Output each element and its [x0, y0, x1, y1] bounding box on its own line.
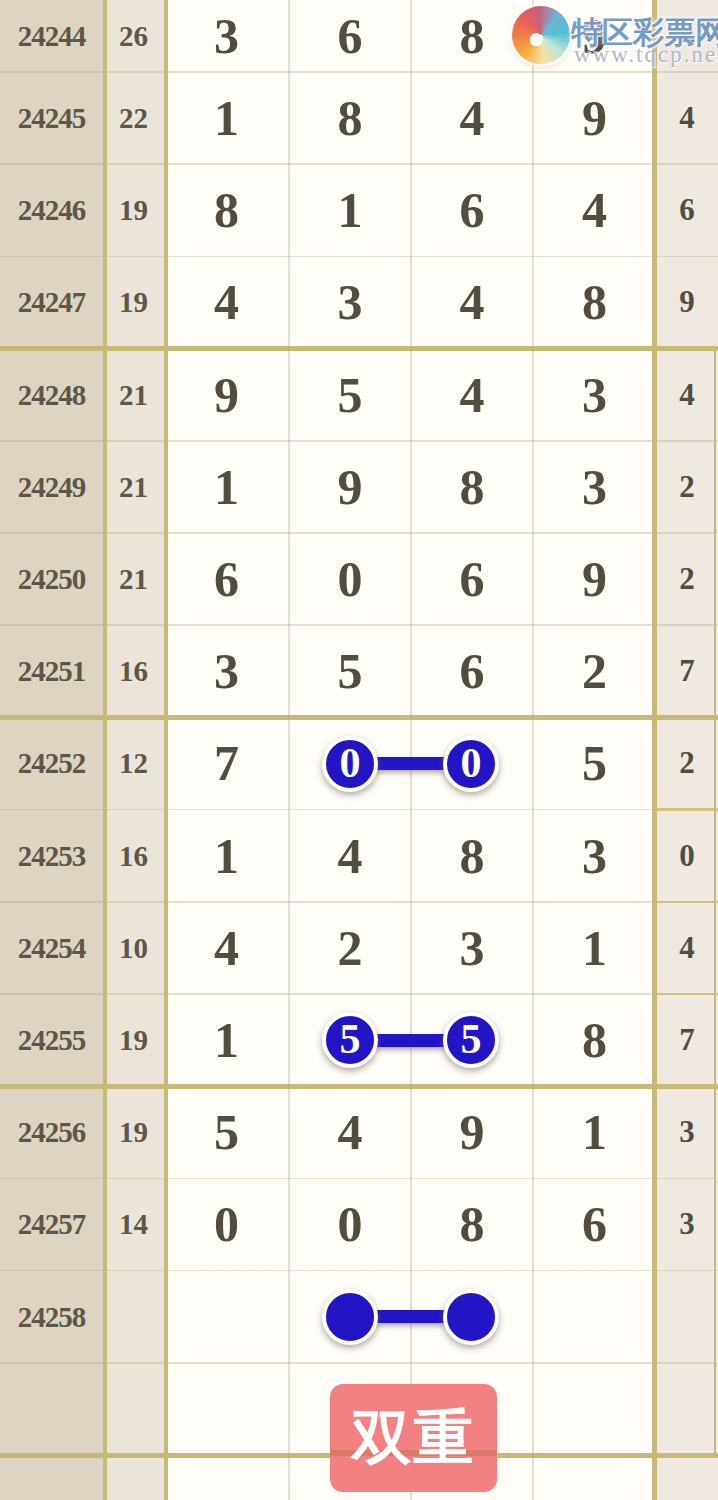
- digit-cell: 8: [164, 164, 289, 256]
- pair-circle: 0: [443, 736, 499, 792]
- digit-cell: 3: [289, 256, 411, 348]
- pair-marker: 55: [289, 1011, 533, 1069]
- double-badge-label: 双重: [352, 1398, 476, 1479]
- digit-cell: 4: [289, 1086, 411, 1178]
- digit-cell: 1: [533, 1086, 656, 1178]
- digit-cell: 7: [164, 717, 289, 809]
- digit-cell: 3: [533, 441, 656, 533]
- digit-cell: 1: [164, 441, 289, 533]
- period-cell: 24246: [0, 164, 103, 256]
- digit-cell: 4: [533, 164, 656, 256]
- extra-cell: 6: [656, 164, 718, 256]
- sum-cell: 21: [103, 533, 164, 625]
- period-cell: 24249: [0, 441, 103, 533]
- digit-cell: 5: [289, 625, 411, 717]
- sum-cell: 19: [103, 164, 164, 256]
- pair-marker: [289, 1288, 533, 1346]
- digit-cell: 8: [533, 994, 656, 1086]
- digit-cell: 5: [164, 1086, 289, 1178]
- digit-cell: 5: [289, 349, 411, 441]
- period-cell: 24254: [0, 902, 103, 994]
- sum-cell: 14: [103, 1178, 164, 1270]
- pair-circle: 5: [443, 1012, 499, 1068]
- digit-cell: 3: [164, 0, 289, 72]
- sum-cell: 19: [103, 1086, 164, 1178]
- digit-cell: 9: [164, 349, 289, 441]
- period-cell: 24248: [0, 349, 103, 441]
- period-cell: 24256: [0, 1086, 103, 1178]
- digit-cell: 6: [164, 533, 289, 625]
- digit-cell: 8: [411, 441, 533, 533]
- period-cell: 24257: [0, 1178, 103, 1270]
- extra-cell: 4: [656, 902, 718, 994]
- digit-cell: 1: [289, 164, 411, 256]
- digit-cell: 5: [533, 717, 656, 809]
- sum-cell: 21: [103, 349, 164, 441]
- digit-cell: 8: [289, 72, 411, 164]
- digit-cell: 4: [289, 810, 411, 902]
- digit-cell: 9: [533, 0, 656, 72]
- digit-cell: 6: [411, 164, 533, 256]
- double-badge: 双重: [330, 1384, 497, 1492]
- pair-circle: [443, 1289, 499, 1345]
- period-cell: 24253: [0, 810, 103, 902]
- extra-cell: 4: [656, 349, 718, 441]
- digit-cell: 8: [411, 810, 533, 902]
- extra-cell: 2: [656, 441, 718, 533]
- digit-cell: 3: [533, 349, 656, 441]
- digit-cell: 0: [289, 1178, 411, 1270]
- sum-cell: 19: [103, 994, 164, 1086]
- pair-marker: 00: [289, 735, 533, 793]
- digit-cell: 2: [533, 625, 656, 717]
- pair-circle: 5: [322, 1012, 378, 1068]
- digit-cell: 9: [411, 1086, 533, 1178]
- period-cell: 24255: [0, 994, 103, 1086]
- digit-cell: 9: [289, 441, 411, 533]
- lottery-trend-chart: 2424426368942424522184942424619816462424…: [0, 0, 718, 1500]
- digit-cell: 1: [164, 810, 289, 902]
- row-separator-line: [0, 1362, 718, 1364]
- extra-cell: 4: [656, 72, 718, 164]
- period-cell: 24247: [0, 256, 103, 348]
- sum-cell: 10: [103, 902, 164, 994]
- extra-cell: 0: [656, 810, 718, 902]
- digit-cell: 8: [411, 0, 533, 72]
- digit-cell: 4: [411, 72, 533, 164]
- period-cell: 24245: [0, 72, 103, 164]
- sum-cell: 16: [103, 810, 164, 902]
- period-cell: 24258: [0, 1271, 103, 1363]
- digit-cell: 1: [164, 72, 289, 164]
- extra-cell: 2: [656, 717, 718, 809]
- digit-cell: 8: [411, 1178, 533, 1270]
- sum-cell: 26: [103, 0, 164, 72]
- digit-cell: 6: [289, 0, 411, 72]
- extra-cell: 4: [656, 0, 718, 72]
- sum-cell: 16: [103, 625, 164, 717]
- digit-cell: 0: [164, 1178, 289, 1270]
- digit-cell: 6: [411, 625, 533, 717]
- pair-circle: 0: [322, 736, 378, 792]
- period-cell: 24250: [0, 533, 103, 625]
- digit-cell: 4: [164, 902, 289, 994]
- digit-cell: 9: [533, 72, 656, 164]
- extra-cell: 3: [656, 1086, 718, 1178]
- extra-cell: 9: [656, 256, 718, 348]
- period-cell: 24252: [0, 717, 103, 809]
- digit-cell: 6: [411, 533, 533, 625]
- digit-cell: 4: [411, 256, 533, 348]
- extra-cell: 7: [656, 625, 718, 717]
- digit-cell: 6: [533, 1178, 656, 1270]
- sum-cell: 22: [103, 72, 164, 164]
- extra-cell: 2: [656, 533, 718, 625]
- extra-cell: 3: [656, 1178, 718, 1270]
- period-cell: 24251: [0, 625, 103, 717]
- digit-cell: 0: [289, 533, 411, 625]
- digit-cell: 4: [411, 349, 533, 441]
- sum-cell: 19: [103, 256, 164, 348]
- period-cell: 24244: [0, 0, 103, 72]
- digit-cell: 3: [411, 902, 533, 994]
- digit-cell: 9: [533, 533, 656, 625]
- digit-cell: 4: [164, 256, 289, 348]
- pair-circle: [322, 1289, 378, 1345]
- digit-cell: 1: [164, 994, 289, 1086]
- digit-cell: 3: [164, 625, 289, 717]
- sum-cell: 21: [103, 441, 164, 533]
- digit-cell: 1: [533, 902, 656, 994]
- digit-cell: 8: [533, 256, 656, 348]
- extra-cell: 7: [656, 994, 718, 1086]
- sum-cell: 12: [103, 717, 164, 809]
- digit-cell: 3: [533, 810, 656, 902]
- digit-cell: 2: [289, 902, 411, 994]
